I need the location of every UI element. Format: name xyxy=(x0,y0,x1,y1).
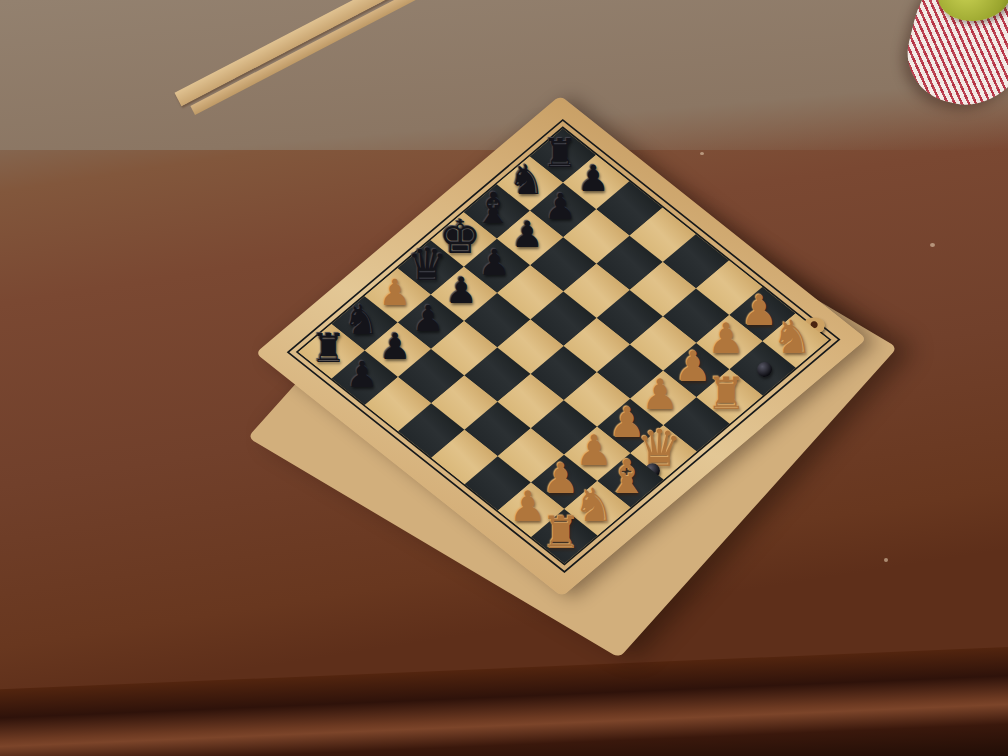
piece-black-rook-a8: ♜ xyxy=(310,328,346,368)
piece-tan-pawn-g2: ♟ xyxy=(707,318,745,360)
loose-ball-finial xyxy=(756,362,771,377)
dust-speck xyxy=(884,558,888,562)
piece-black-pawn-a7: ♟ xyxy=(345,357,377,393)
piece-black-knight-g8: ♞ xyxy=(508,160,545,201)
piece-black-pawn-f7: ♟ xyxy=(511,217,543,253)
piece-tan-rook-a1: ♜ xyxy=(540,510,580,555)
background-floor xyxy=(0,0,1008,150)
piece-black-pawn-b7: ♟ xyxy=(378,329,410,365)
piece-tan-pawn-e2: ♟ xyxy=(641,374,679,416)
fruit-in-bowl xyxy=(936,0,1008,23)
piece-black-pawn-h7: ♟ xyxy=(577,161,609,197)
dust-speck xyxy=(700,152,704,155)
piece-black-pawn-e7: ♟ xyxy=(478,245,510,281)
table-front-edge xyxy=(0,646,1008,756)
dust-speck xyxy=(930,243,935,247)
chess-board: ♜♞♟♛♚♝♞♜♟♟♟♟♟♟♟♟♟♟♟♟♟♟♟♟♜♞♝♛♜♞ xyxy=(256,95,867,596)
piece-black-pawn-d7: ♟ xyxy=(445,273,477,309)
piece-black-rook-h8: ♜ xyxy=(541,133,577,173)
piece-black-pawn-c7: ♟ xyxy=(411,301,443,337)
piece-tan-pawn-c8: ♟ xyxy=(378,275,410,311)
photo-scene: ♜♞♟♛♚♝♞♜♟♟♟♟♟♟♟♟♟♟♟♟♟♟♟♟♜♞♝♛♜♞ xyxy=(0,0,1008,756)
piece-black-knight-b8: ♞ xyxy=(342,300,379,341)
piece-black-pawn-g7: ♟ xyxy=(544,189,576,225)
